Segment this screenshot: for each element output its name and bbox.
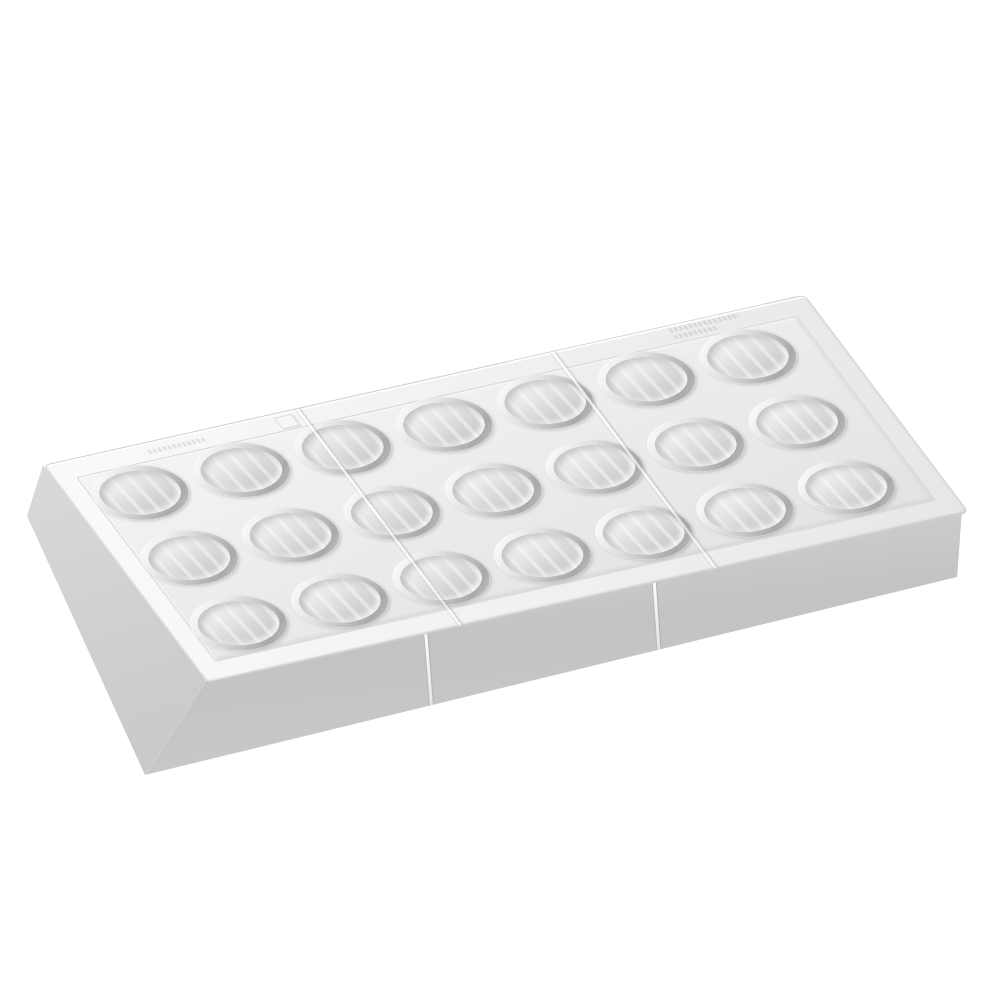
product-photo xyxy=(0,0,1000,1000)
section-joint-notch xyxy=(652,577,660,652)
section-joint-notch xyxy=(424,629,433,707)
cavity-grid xyxy=(45,296,805,466)
